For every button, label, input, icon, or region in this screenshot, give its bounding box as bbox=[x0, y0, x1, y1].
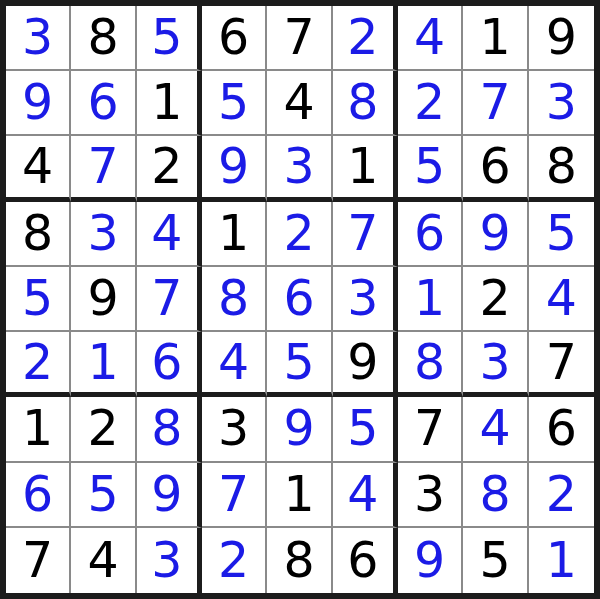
cell-r5c1[interactable]: 5 bbox=[6, 267, 71, 332]
cell-r9c7[interactable]: 9 bbox=[398, 528, 463, 593]
cell-r5c4[interactable]: 8 bbox=[202, 267, 267, 332]
cell-r8c7[interactable]: 3 bbox=[398, 463, 463, 528]
cell-r3c2[interactable]: 7 bbox=[71, 136, 136, 201]
cell-r9c3[interactable]: 3 bbox=[137, 528, 202, 593]
cell-r5c8[interactable]: 2 bbox=[463, 267, 528, 332]
cell-r7c4[interactable]: 3 bbox=[202, 397, 267, 462]
cell-r7c9[interactable]: 6 bbox=[529, 397, 594, 462]
cell-r7c1[interactable]: 1 bbox=[6, 397, 71, 462]
cell-r4c4[interactable]: 1 bbox=[202, 202, 267, 267]
cell-r9c1[interactable]: 7 bbox=[6, 528, 71, 593]
cell-r3c5[interactable]: 3 bbox=[267, 136, 332, 201]
cell-r2c8[interactable]: 7 bbox=[463, 71, 528, 136]
cell-r9c9[interactable]: 1 bbox=[529, 528, 594, 593]
cell-r5c2[interactable]: 9 bbox=[71, 267, 136, 332]
cell-r8c3[interactable]: 9 bbox=[137, 463, 202, 528]
cell-r9c6[interactable]: 6 bbox=[333, 528, 398, 593]
cell-r3c7[interactable]: 5 bbox=[398, 136, 463, 201]
cell-r1c2[interactable]: 8 bbox=[71, 6, 136, 71]
cell-r4c7[interactable]: 6 bbox=[398, 202, 463, 267]
cell-r4c9[interactable]: 5 bbox=[529, 202, 594, 267]
cell-r6c4[interactable]: 4 bbox=[202, 332, 267, 397]
cell-r2c1[interactable]: 9 bbox=[6, 71, 71, 136]
cell-r6c6[interactable]: 9 bbox=[333, 332, 398, 397]
cell-r3c9[interactable]: 8 bbox=[529, 136, 594, 201]
cell-r1c4[interactable]: 6 bbox=[202, 6, 267, 71]
cell-r3c4[interactable]: 9 bbox=[202, 136, 267, 201]
cell-r8c5[interactable]: 1 bbox=[267, 463, 332, 528]
cell-r1c6[interactable]: 2 bbox=[333, 6, 398, 71]
cell-r7c5[interactable]: 9 bbox=[267, 397, 332, 462]
cell-r1c5[interactable]: 7 bbox=[267, 6, 332, 71]
cell-r9c8[interactable]: 5 bbox=[463, 528, 528, 593]
cell-r4c3[interactable]: 4 bbox=[137, 202, 202, 267]
cell-r8c9[interactable]: 2 bbox=[529, 463, 594, 528]
cell-r7c8[interactable]: 4 bbox=[463, 397, 528, 462]
cell-r2c7[interactable]: 2 bbox=[398, 71, 463, 136]
cell-r8c6[interactable]: 4 bbox=[333, 463, 398, 528]
cell-r9c5[interactable]: 8 bbox=[267, 528, 332, 593]
cell-r8c8[interactable]: 8 bbox=[463, 463, 528, 528]
cell-r7c3[interactable]: 8 bbox=[137, 397, 202, 462]
cell-r7c7[interactable]: 7 bbox=[398, 397, 463, 462]
cell-r5c5[interactable]: 6 bbox=[267, 267, 332, 332]
cell-r6c1[interactable]: 2 bbox=[6, 332, 71, 397]
cell-r3c3[interactable]: 2 bbox=[137, 136, 202, 201]
cell-r4c5[interactable]: 2 bbox=[267, 202, 332, 267]
cell-r1c7[interactable]: 4 bbox=[398, 6, 463, 71]
sudoku-board: 3856724199615482734729315688341276955978… bbox=[0, 0, 600, 599]
cell-r6c7[interactable]: 8 bbox=[398, 332, 463, 397]
cell-r3c6[interactable]: 1 bbox=[333, 136, 398, 201]
cell-r2c2[interactable]: 6 bbox=[71, 71, 136, 136]
cell-r3c8[interactable]: 6 bbox=[463, 136, 528, 201]
cell-r6c5[interactable]: 5 bbox=[267, 332, 332, 397]
cell-r7c6[interactable]: 5 bbox=[333, 397, 398, 462]
cell-r2c9[interactable]: 3 bbox=[529, 71, 594, 136]
cell-r1c3[interactable]: 5 bbox=[137, 6, 202, 71]
cell-r4c1[interactable]: 8 bbox=[6, 202, 71, 267]
cell-r5c3[interactable]: 7 bbox=[137, 267, 202, 332]
cell-r2c3[interactable]: 1 bbox=[137, 71, 202, 136]
cell-r4c8[interactable]: 9 bbox=[463, 202, 528, 267]
cell-r1c9[interactable]: 9 bbox=[529, 6, 594, 71]
cell-r9c4[interactable]: 2 bbox=[202, 528, 267, 593]
cell-r2c5[interactable]: 4 bbox=[267, 71, 332, 136]
cell-r5c6[interactable]: 3 bbox=[333, 267, 398, 332]
cell-r8c4[interactable]: 7 bbox=[202, 463, 267, 528]
cell-r4c2[interactable]: 3 bbox=[71, 202, 136, 267]
cell-r7c2[interactable]: 2 bbox=[71, 397, 136, 462]
cell-r8c2[interactable]: 5 bbox=[71, 463, 136, 528]
cell-r8c1[interactable]: 6 bbox=[6, 463, 71, 528]
cell-r6c8[interactable]: 3 bbox=[463, 332, 528, 397]
cell-r6c2[interactable]: 1 bbox=[71, 332, 136, 397]
cell-r2c4[interactable]: 5 bbox=[202, 71, 267, 136]
cell-r9c2[interactable]: 4 bbox=[71, 528, 136, 593]
cell-r5c9[interactable]: 4 bbox=[529, 267, 594, 332]
cell-r2c6[interactable]: 8 bbox=[333, 71, 398, 136]
cell-r1c8[interactable]: 1 bbox=[463, 6, 528, 71]
cell-r4c6[interactable]: 7 bbox=[333, 202, 398, 267]
cell-r6c9[interactable]: 7 bbox=[529, 332, 594, 397]
cell-r6c3[interactable]: 6 bbox=[137, 332, 202, 397]
cell-r5c7[interactable]: 1 bbox=[398, 267, 463, 332]
cell-r3c1[interactable]: 4 bbox=[6, 136, 71, 201]
cell-r1c1[interactable]: 3 bbox=[6, 6, 71, 71]
